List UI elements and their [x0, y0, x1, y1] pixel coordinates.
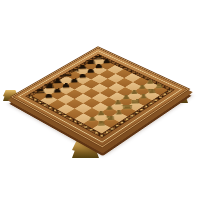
chess-piece-r: ♜ — [96, 117, 107, 128]
chess-board: ♜♟♟♜♞♟♟♞♝♟♟♝♛♟♟♛♚♟♟♚♝♟♟♝♞♟♟♞♜♟♟♜ — [10, 46, 191, 148]
product-photo-scene: ♜♟♟♜♞♟♟♞♝♟♟♝♛♟♟♛♚♟♟♚♝♟♟♝♞♟♟♞♜♟♟♜ — [0, 0, 200, 200]
